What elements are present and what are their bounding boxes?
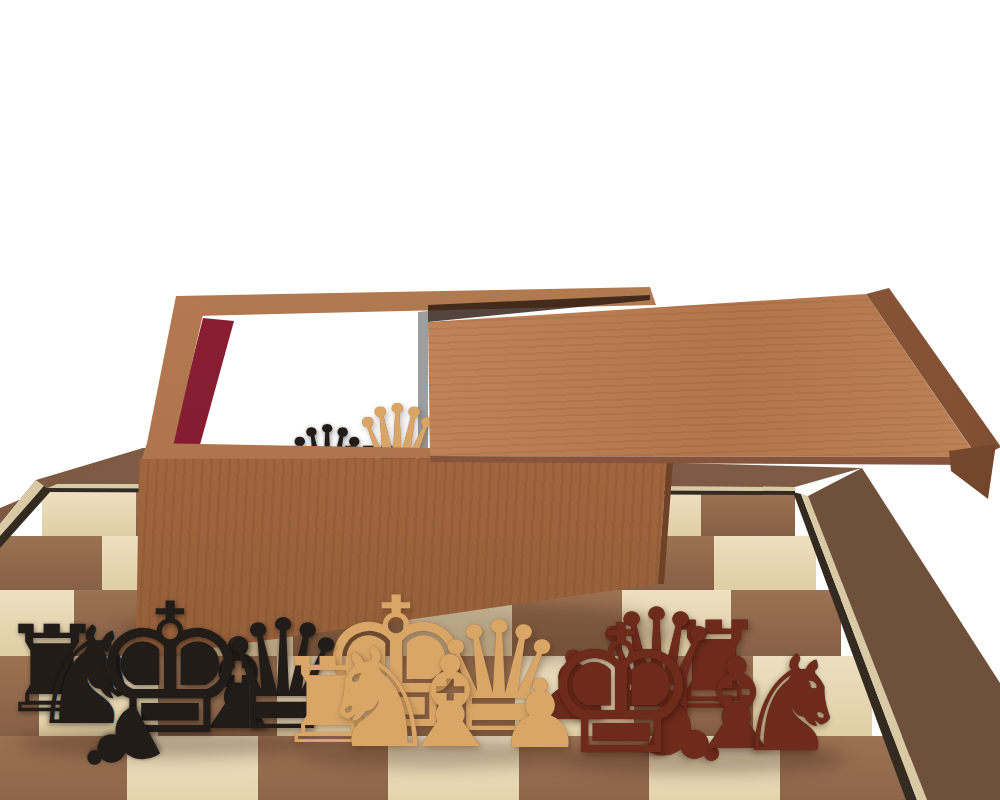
rosewood-knight: ♞ (733, 638, 851, 770)
rosewood-king: ♚ (541, 602, 701, 780)
dark-square (701, 492, 795, 536)
light-square (42, 492, 136, 536)
light-square (714, 536, 816, 590)
chess-set-photo: ♛♜♛ ♜♜♛♟♞♚♝♛♛♚♜♟♟♞♝♟♝♞♚ (0, 0, 1000, 800)
dark-square (0, 536, 102, 590)
boxwood-bishop: ♝ (394, 640, 507, 766)
